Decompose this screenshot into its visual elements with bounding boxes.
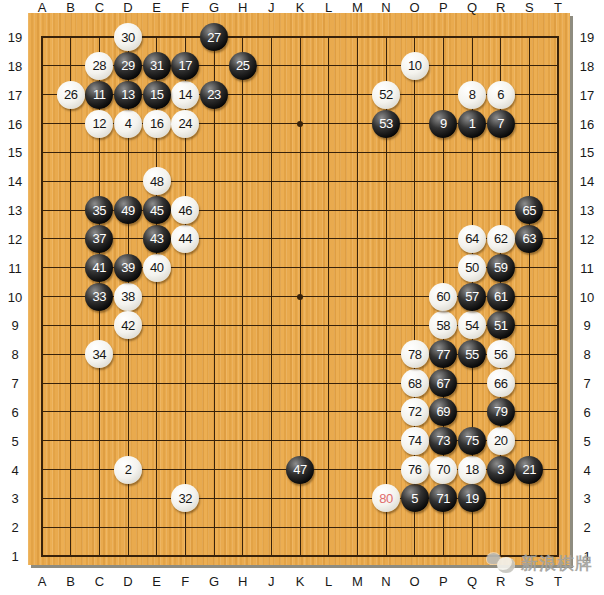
col-label-top-A: A xyxy=(38,0,47,15)
stone-n16: 53 xyxy=(372,110,400,138)
row-label-right-8: 8 xyxy=(583,347,590,362)
col-label-bottom-N: N xyxy=(381,574,390,589)
star-point-k10 xyxy=(297,294,303,300)
row-label-left-8: 8 xyxy=(11,347,18,362)
stone-e18: 31 xyxy=(143,52,171,80)
col-label-top-S: S xyxy=(525,0,534,15)
stone-r12: 62 xyxy=(487,225,515,253)
stone-f12: 44 xyxy=(171,225,199,253)
row-label-left-2: 2 xyxy=(11,520,18,535)
stone-o7: 68 xyxy=(401,369,429,397)
grid-hline-1 xyxy=(41,555,559,557)
row-label-right-16: 16 xyxy=(580,116,594,131)
stone-e11: 40 xyxy=(143,254,171,282)
col-label-bottom-C: C xyxy=(95,574,104,589)
row-label-left-5: 5 xyxy=(11,433,18,448)
col-label-bottom-O: O xyxy=(410,574,420,589)
stone-r8: 56 xyxy=(487,340,515,368)
stone-r4: 3 xyxy=(487,456,515,484)
row-label-right-10: 10 xyxy=(580,289,594,304)
stone-d4: 2 xyxy=(114,456,142,484)
stone-g19: 27 xyxy=(200,23,228,51)
grid-hline-2 xyxy=(41,527,559,528)
stone-p4: 70 xyxy=(429,456,457,484)
stone-r9: 51 xyxy=(487,311,515,339)
grid-vline-L xyxy=(328,36,329,557)
stone-r5: 20 xyxy=(487,427,515,455)
row-label-right-11: 11 xyxy=(580,260,594,275)
stone-o3: 5 xyxy=(401,484,429,512)
row-label-right-7: 7 xyxy=(583,376,590,391)
stone-f16: 24 xyxy=(171,110,199,138)
col-label-top-C: C xyxy=(95,0,104,15)
row-label-right-9: 9 xyxy=(583,318,590,333)
row-label-left-7: 7 xyxy=(11,376,18,391)
row-label-left-18: 18 xyxy=(8,58,22,73)
col-label-top-R: R xyxy=(496,0,505,15)
row-label-right-5: 5 xyxy=(583,433,590,448)
col-label-top-D: D xyxy=(123,0,132,15)
col-label-bottom-G: G xyxy=(209,574,219,589)
stone-o18: 10 xyxy=(401,52,429,80)
col-label-top-P: P xyxy=(439,0,448,15)
grid-vline-M xyxy=(357,36,358,557)
stone-q12: 64 xyxy=(458,225,486,253)
stone-d10: 38 xyxy=(114,283,142,311)
stone-o5: 74 xyxy=(401,427,429,455)
row-label-right-19: 19 xyxy=(580,30,594,45)
stone-g17: 23 xyxy=(200,81,228,109)
stone-c18: 28 xyxy=(85,52,113,80)
stone-d16: 4 xyxy=(114,110,142,138)
stone-o6: 72 xyxy=(401,398,429,426)
stone-b17: 26 xyxy=(57,81,85,109)
row-label-right-15: 15 xyxy=(580,145,594,160)
sina-logo-icon xyxy=(487,550,517,576)
grid-hline-6 xyxy=(41,411,559,412)
grid-hline-7 xyxy=(41,383,559,384)
row-label-left-4: 4 xyxy=(11,462,18,477)
row-label-right-4: 4 xyxy=(583,462,590,477)
row-label-left-10: 10 xyxy=(8,289,22,304)
col-label-bottom-B: B xyxy=(66,574,75,589)
row-label-left-14: 14 xyxy=(8,174,22,189)
stone-o4: 76 xyxy=(401,456,429,484)
row-label-right-14: 14 xyxy=(580,174,594,189)
stone-e16: 16 xyxy=(143,110,171,138)
stone-c11: 41 xyxy=(85,254,113,282)
row-label-left-13: 13 xyxy=(8,203,22,218)
stone-q8: 55 xyxy=(458,340,486,368)
stone-p10: 60 xyxy=(429,283,457,311)
stone-r11: 59 xyxy=(487,254,515,282)
row-label-left-3: 3 xyxy=(11,491,18,506)
col-label-bottom-K: K xyxy=(296,574,305,589)
col-label-top-G: G xyxy=(209,0,219,15)
row-label-left-12: 12 xyxy=(8,231,22,246)
col-label-bottom-Q: Q xyxy=(467,574,477,589)
row-label-right-17: 17 xyxy=(580,87,594,102)
stone-q10: 57 xyxy=(458,283,486,311)
col-label-bottom-E: E xyxy=(152,574,161,589)
row-label-right-3: 3 xyxy=(583,491,590,506)
col-label-bottom-J: J xyxy=(268,574,275,589)
watermark-text: 新浪棋牌 xyxy=(521,552,593,575)
stone-q11: 50 xyxy=(458,254,486,282)
row-label-right-13: 13 xyxy=(580,203,594,218)
stone-e12: 43 xyxy=(143,225,171,253)
go-game-diagram: ABCDEFGHJKLMNOPQRST ABCDEFGHJKLMNOPQRST … xyxy=(0,0,604,595)
row-label-left-9: 9 xyxy=(11,318,18,333)
row-label-left-6: 6 xyxy=(11,404,18,419)
col-label-top-T: T xyxy=(554,0,562,15)
row-label-left-17: 17 xyxy=(8,87,22,102)
col-label-bottom-F: F xyxy=(181,574,189,589)
stone-q16: 1 xyxy=(458,110,486,138)
row-label-left-19: 19 xyxy=(8,30,22,45)
stone-q17: 8 xyxy=(458,81,486,109)
col-label-bottom-M: M xyxy=(352,574,363,589)
stone-c17: 11 xyxy=(85,81,113,109)
stone-h18: 25 xyxy=(229,52,257,80)
col-label-top-L: L xyxy=(325,0,332,15)
col-label-top-E: E xyxy=(152,0,161,15)
stone-d18: 29 xyxy=(114,52,142,80)
col-label-top-Q: Q xyxy=(467,0,477,15)
col-label-top-N: N xyxy=(381,0,390,15)
row-label-right-6: 6 xyxy=(583,404,590,419)
stone-c12: 37 xyxy=(85,225,113,253)
row-label-right-12: 12 xyxy=(580,231,594,246)
stone-r7: 66 xyxy=(487,369,515,397)
stone-r16: 7 xyxy=(487,110,515,138)
stone-q5: 75 xyxy=(458,427,486,455)
col-label-bottom-A: A xyxy=(38,574,47,589)
stone-s4: 21 xyxy=(515,456,543,484)
row-label-left-16: 16 xyxy=(8,116,22,131)
stone-e17: 15 xyxy=(143,81,171,109)
stone-d13: 49 xyxy=(114,196,142,224)
stone-d17: 13 xyxy=(114,81,142,109)
stone-d19: 30 xyxy=(114,23,142,51)
col-label-bottom-P: P xyxy=(439,574,448,589)
stone-p5: 73 xyxy=(429,427,457,455)
row-label-right-2: 2 xyxy=(583,520,590,535)
stone-p16: 9 xyxy=(429,110,457,138)
col-label-top-F: F xyxy=(181,0,189,15)
stone-q4: 18 xyxy=(458,456,486,484)
stone-f18: 17 xyxy=(171,52,199,80)
stone-d11: 39 xyxy=(114,254,142,282)
stone-s12: 63 xyxy=(515,225,543,253)
stone-e13: 45 xyxy=(143,196,171,224)
stone-c16: 12 xyxy=(85,110,113,138)
stone-c10: 33 xyxy=(85,283,113,311)
stone-p6: 69 xyxy=(429,398,457,426)
stone-r6: 79 xyxy=(487,398,515,426)
col-label-bottom-L: L xyxy=(325,574,332,589)
row-label-left-11: 11 xyxy=(8,260,22,275)
col-label-top-J: J xyxy=(268,0,275,15)
col-label-top-K: K xyxy=(296,0,305,15)
stone-k4: 47 xyxy=(286,456,314,484)
col-label-top-O: O xyxy=(410,0,420,15)
row-label-left-15: 15 xyxy=(8,145,22,160)
stone-r17: 6 xyxy=(487,81,515,109)
grid-vline-T xyxy=(557,36,559,557)
watermark: 新浪棋牌 xyxy=(487,550,593,576)
star-point-k16 xyxy=(297,121,303,127)
stone-e14: 48 xyxy=(143,167,171,195)
col-label-top-H: H xyxy=(238,0,247,15)
stone-o8: 78 xyxy=(401,340,429,368)
stone-n17: 52 xyxy=(372,81,400,109)
row-label-right-18: 18 xyxy=(580,58,594,73)
col-label-bottom-H: H xyxy=(238,574,247,589)
col-label-top-M: M xyxy=(352,0,363,15)
stone-f17: 14 xyxy=(171,81,199,109)
col-label-bottom-D: D xyxy=(123,574,132,589)
stone-r10: 61 xyxy=(487,283,515,311)
row-label-left-1: 1 xyxy=(11,549,18,564)
col-label-top-B: B xyxy=(66,0,75,15)
